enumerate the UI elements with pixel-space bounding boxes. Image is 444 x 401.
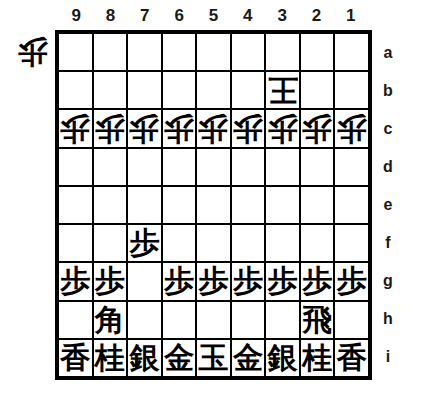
square-3h[interactable] <box>266 302 299 338</box>
square-3g[interactable]: 歩 <box>266 263 299 299</box>
piece-lance-sente: 香 <box>337 343 367 373</box>
square-2c[interactable]: 歩 <box>301 110 334 146</box>
square-8d[interactable] <box>94 149 127 185</box>
piece-pawn-sente: 歩 <box>129 228 159 258</box>
rank-label-h: h <box>378 300 398 338</box>
square-7e[interactable] <box>128 187 161 223</box>
square-5i[interactable]: 玉 <box>197 340 230 376</box>
square-8h[interactable]: 角 <box>94 302 127 338</box>
square-6i[interactable]: 金 <box>163 340 196 376</box>
rank-label-b: b <box>378 72 398 110</box>
piece-silver-sente: 銀 <box>129 343 159 373</box>
gote-hand-tray[interactable]: 歩 <box>15 33 51 71</box>
square-8e[interactable] <box>94 187 127 223</box>
square-8c[interactable]: 歩 <box>94 110 127 146</box>
piece-pawn-gote: 歩 <box>233 114 263 144</box>
square-6h[interactable] <box>163 302 196 338</box>
square-3f[interactable] <box>266 225 299 261</box>
piece-pawn-sente: 歩 <box>198 266 228 296</box>
piece-lance-sente: 香 <box>60 343 90 373</box>
piece-pawn-sente: 歩 <box>60 266 90 296</box>
square-4h[interactable] <box>232 302 265 338</box>
square-9a[interactable] <box>59 34 92 70</box>
square-2e[interactable] <box>301 187 334 223</box>
square-1e[interactable] <box>335 187 368 223</box>
square-2d[interactable] <box>301 149 334 185</box>
piece-gold-sente: 金 <box>164 343 194 373</box>
file-label-8: 8 <box>93 4 127 28</box>
file-label-5: 5 <box>196 4 230 28</box>
square-8b[interactable] <box>94 72 127 108</box>
square-9g[interactable]: 歩 <box>59 263 92 299</box>
rank-label-d: d <box>378 148 398 186</box>
square-7a[interactable] <box>128 34 161 70</box>
square-4c[interactable]: 歩 <box>232 110 265 146</box>
piece-pawn-sente: 歩 <box>302 266 332 296</box>
piece-pawn-sente: 歩 <box>95 266 125 296</box>
square-5a[interactable] <box>197 34 230 70</box>
square-4g[interactable]: 歩 <box>232 263 265 299</box>
piece-pawn-gote: 歩 <box>198 114 228 144</box>
piece-pawn-gote: 歩 <box>302 114 332 144</box>
square-2g[interactable]: 歩 <box>301 263 334 299</box>
square-5g[interactable]: 歩 <box>197 263 230 299</box>
square-7d[interactable] <box>128 149 161 185</box>
square-2f[interactable] <box>301 225 334 261</box>
piece-pawn-gote: 歩 <box>268 114 298 144</box>
square-9d[interactable] <box>59 149 92 185</box>
square-8g[interactable]: 歩 <box>94 263 127 299</box>
square-4e[interactable] <box>232 187 265 223</box>
square-3c[interactable]: 歩 <box>266 110 299 146</box>
square-2b[interactable] <box>301 72 334 108</box>
square-1i[interactable]: 香 <box>335 340 368 376</box>
square-5h[interactable] <box>197 302 230 338</box>
square-2i[interactable]: 桂 <box>301 340 334 376</box>
rank-label-c: c <box>378 110 398 148</box>
piece-knight-sente: 桂 <box>302 343 332 373</box>
piece-pawn-sente: 歩 <box>268 266 298 296</box>
square-7g[interactable] <box>128 263 161 299</box>
piece-pawn-sente: 歩 <box>164 266 194 296</box>
piece-knight-sente: 桂 <box>95 343 125 373</box>
square-4a[interactable] <box>232 34 265 70</box>
square-1a[interactable] <box>335 34 368 70</box>
square-3i[interactable]: 銀 <box>266 340 299 376</box>
square-7i[interactable]: 銀 <box>128 340 161 376</box>
shogi-board: 王歩歩歩歩歩歩歩歩歩歩歩歩歩歩歩歩歩歩角飛香桂銀金玉金銀桂香 <box>55 30 372 380</box>
square-3b[interactable]: 王 <box>266 72 299 108</box>
file-labels: 987654321 <box>59 4 368 28</box>
square-7c[interactable]: 歩 <box>128 110 161 146</box>
piece-silver-sente: 銀 <box>268 343 298 373</box>
square-6a[interactable] <box>163 34 196 70</box>
square-5e[interactable] <box>197 187 230 223</box>
square-4d[interactable] <box>232 149 265 185</box>
square-6c[interactable]: 歩 <box>163 110 196 146</box>
square-9f[interactable] <box>59 225 92 261</box>
piece-rook-sente: 飛 <box>302 305 332 335</box>
square-6f[interactable] <box>163 225 196 261</box>
square-1b[interactable] <box>335 72 368 108</box>
square-8f[interactable] <box>94 225 127 261</box>
piece-gold-sente: 金 <box>233 343 263 373</box>
square-4i[interactable]: 金 <box>232 340 265 376</box>
square-3e[interactable] <box>266 187 299 223</box>
square-7h[interactable] <box>128 302 161 338</box>
shogi-diagram: 987654321 abcdefghi 歩 王歩歩歩歩歩歩歩歩歩歩歩歩歩歩歩歩歩… <box>0 0 444 401</box>
square-6e[interactable] <box>163 187 196 223</box>
square-9i[interactable]: 香 <box>59 340 92 376</box>
square-1f[interactable] <box>335 225 368 261</box>
rank-label-e: e <box>378 186 398 224</box>
square-5d[interactable] <box>197 149 230 185</box>
file-label-6: 6 <box>162 4 196 28</box>
square-2a[interactable] <box>301 34 334 70</box>
square-4f[interactable] <box>232 225 265 261</box>
piece-pawn-gote: 歩 <box>129 114 159 144</box>
piece-pawn-sente: 歩 <box>233 266 263 296</box>
square-8i[interactable]: 桂 <box>94 340 127 376</box>
rank-label-a: a <box>378 34 398 72</box>
square-9c[interactable]: 歩 <box>59 110 92 146</box>
square-7f[interactable]: 歩 <box>128 225 161 261</box>
square-5c[interactable]: 歩 <box>197 110 230 146</box>
square-9h[interactable] <box>59 302 92 338</box>
file-label-4: 4 <box>231 4 265 28</box>
square-8a[interactable] <box>94 34 127 70</box>
square-1d[interactable] <box>335 149 368 185</box>
file-label-7: 7 <box>128 4 162 28</box>
gote-hand-pawn: 歩 <box>18 37 48 67</box>
file-label-1: 1 <box>334 4 368 28</box>
square-5b[interactable] <box>197 72 230 108</box>
file-label-9: 9 <box>59 4 93 28</box>
square-9b[interactable] <box>59 72 92 108</box>
square-1g[interactable]: 歩 <box>335 263 368 299</box>
file-label-3: 3 <box>265 4 299 28</box>
square-5f[interactable] <box>197 225 230 261</box>
square-9e[interactable] <box>59 187 92 223</box>
rank-labels: abcdefghi <box>378 34 398 376</box>
piece-king-gote: 王 <box>268 75 298 105</box>
piece-pawn-gote: 歩 <box>60 114 90 144</box>
square-6d[interactable] <box>163 149 196 185</box>
rank-label-g: g <box>378 262 398 300</box>
piece-pawn-gote: 歩 <box>95 114 125 144</box>
square-1h[interactable] <box>335 302 368 338</box>
file-label-2: 2 <box>299 4 333 28</box>
square-6g[interactable]: 歩 <box>163 263 196 299</box>
rank-label-f: f <box>378 224 398 262</box>
square-3d[interactable] <box>266 149 299 185</box>
square-3a[interactable] <box>266 34 299 70</box>
square-6b[interactable] <box>163 72 196 108</box>
piece-king-sente: 玉 <box>198 343 228 373</box>
piece-pawn-sente: 歩 <box>337 266 367 296</box>
piece-bishop-sente: 角 <box>95 305 125 335</box>
piece-pawn-gote: 歩 <box>337 114 367 144</box>
rank-label-i: i <box>378 338 398 376</box>
square-7b[interactable] <box>128 72 161 108</box>
square-1c[interactable]: 歩 <box>335 110 368 146</box>
square-2h[interactable]: 飛 <box>301 302 334 338</box>
square-4b[interactable] <box>232 72 265 108</box>
piece-pawn-gote: 歩 <box>164 114 194 144</box>
